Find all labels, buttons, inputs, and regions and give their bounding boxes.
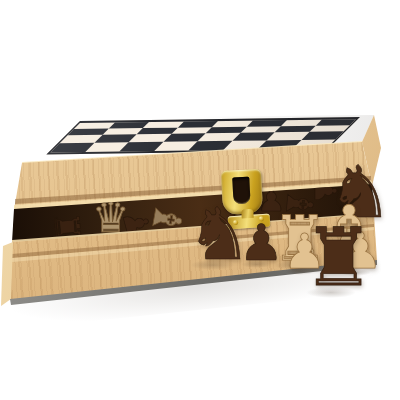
chess-box-product-photo: ♛♜♟♝♟♝♟ ♞♟♜♟♞♝♟♜	[0, 0, 400, 400]
dark-pawn-piece: ♟	[239, 218, 284, 268]
foreground-pieces-group: ♞♟♜♟♞♝♟♜	[0, 0, 400, 400]
dark-rook-piece: ♜	[303, 218, 375, 298]
